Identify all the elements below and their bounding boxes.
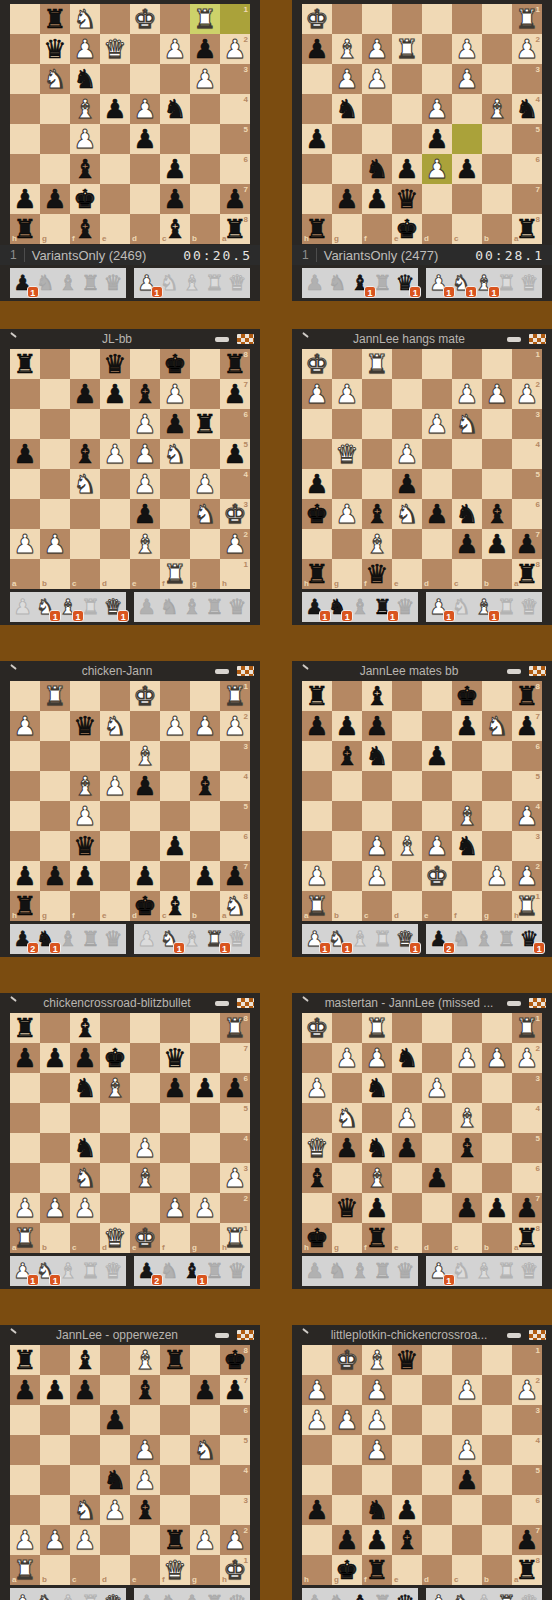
- square-f8[interactable]: ♜f: [362, 1223, 392, 1253]
- square-f4[interactable]: [362, 94, 392, 124]
- square-c1[interactable]: [160, 4, 190, 34]
- square-c6[interactable]: ♞: [362, 741, 392, 771]
- pocket-black-pawn[interactable]: ♟2: [13, 926, 33, 952]
- square-c1[interactable]: c: [362, 891, 392, 921]
- square-h7[interactable]: [302, 529, 332, 559]
- pocket-white-knight[interactable]: ♞3: [451, 1590, 471, 1600]
- square-f7[interactable]: ♟: [362, 1525, 392, 1555]
- square-b1[interactable]: b: [40, 1555, 70, 1585]
- square-h6[interactable]: ♟6: [220, 1073, 250, 1103]
- square-g2[interactable]: ♟: [482, 861, 512, 891]
- square-a2[interactable]: ♟2: [512, 1375, 542, 1405]
- pocket-black-pawn[interactable]: ♟1: [305, 594, 325, 620]
- square-b5[interactable]: [40, 1103, 70, 1133]
- square-d7[interactable]: [422, 1193, 452, 1223]
- square-g4[interactable]: ♞: [332, 94, 362, 124]
- square-e8[interactable]: e: [392, 559, 422, 589]
- pocket-black-queen[interactable]: ♛1: [395, 1590, 415, 1600]
- square-h4[interactable]: 4: [220, 1465, 250, 1495]
- square-a1[interactable]: ♜1: [512, 1013, 542, 1043]
- square-a3[interactable]: 3: [220, 64, 250, 94]
- square-g2[interactable]: ♝: [332, 34, 362, 64]
- square-b3[interactable]: [482, 1405, 512, 1435]
- square-a5[interactable]: 5: [512, 469, 542, 499]
- square-h3[interactable]: [302, 409, 332, 439]
- square-b6[interactable]: [40, 409, 70, 439]
- square-c5[interactable]: [452, 124, 482, 154]
- square-h1[interactable]: ♚1h: [220, 1555, 250, 1585]
- square-f4[interactable]: ♝: [452, 801, 482, 831]
- square-e6[interactable]: [392, 1163, 422, 1193]
- square-d7[interactable]: ♟: [100, 379, 130, 409]
- square-g3[interactable]: [482, 831, 512, 861]
- square-f6[interactable]: ♝: [70, 154, 100, 184]
- pocket-white-rook[interactable]: ♜1: [205, 926, 225, 952]
- square-h3[interactable]: [302, 64, 332, 94]
- minimize-icon[interactable]: [215, 337, 229, 342]
- square-g1[interactable]: ♜: [40, 4, 70, 34]
- square-g7[interactable]: ♞: [482, 711, 512, 741]
- square-e7[interactable]: ♝: [130, 379, 160, 409]
- square-h2[interactable]: ♟: [10, 711, 40, 741]
- minimize-icon[interactable]: [215, 669, 229, 674]
- square-d2[interactable]: [422, 34, 452, 64]
- square-a4[interactable]: [10, 1133, 40, 1163]
- square-c3[interactable]: ♞: [452, 409, 482, 439]
- square-e1[interactable]: [392, 1013, 422, 1043]
- square-b8[interactable]: b: [482, 559, 512, 589]
- square-g5[interactable]: [190, 1103, 220, 1133]
- square-f7[interactable]: ♟: [160, 379, 190, 409]
- square-b6[interactable]: [482, 1163, 512, 1193]
- square-g5[interactable]: [40, 124, 70, 154]
- square-c2[interactable]: ♟: [362, 861, 392, 891]
- square-g7[interactable]: [190, 1043, 220, 1073]
- square-c2[interactable]: ♟: [452, 1043, 482, 1073]
- square-b7[interactable]: ♟: [332, 711, 362, 741]
- square-e5[interactable]: ♟: [392, 1133, 422, 1163]
- square-d3[interactable]: [100, 1163, 130, 1193]
- square-d4[interactable]: [392, 801, 422, 831]
- square-c6[interactable]: ♟: [160, 154, 190, 184]
- square-e2[interactable]: [130, 1193, 160, 1223]
- square-d7[interactable]: [392, 711, 422, 741]
- square-f2[interactable]: ♛: [70, 711, 100, 741]
- square-d3[interactable]: [422, 1405, 452, 1435]
- pocket-white-queen[interactable]: ♛1: [103, 594, 123, 620]
- square-b2[interactable]: ♟: [40, 1193, 70, 1223]
- square-b5[interactable]: [190, 801, 220, 831]
- square-a1[interactable]: ♜1: [220, 681, 250, 711]
- square-c2[interactable]: ♟: [160, 34, 190, 64]
- square-h3[interactable]: ♟: [302, 1073, 332, 1103]
- square-f8[interactable]: ♜f: [362, 1555, 392, 1585]
- square-e3[interactable]: [392, 64, 422, 94]
- pocket-black-rook[interactable]: ♜1: [373, 594, 393, 620]
- square-d8[interactable]: d: [422, 1555, 452, 1585]
- square-f1[interactable]: ♜f: [160, 559, 190, 589]
- square-b8[interactable]: b: [482, 214, 512, 244]
- square-a6[interactable]: 6: [512, 1495, 542, 1525]
- square-d3[interactable]: ♝: [130, 741, 160, 771]
- square-c1[interactable]: [452, 349, 482, 379]
- square-c1[interactable]: c: [70, 1223, 100, 1253]
- square-f2[interactable]: ♟: [160, 1193, 190, 1223]
- square-b4[interactable]: ♝: [190, 771, 220, 801]
- square-c5[interactable]: ♟: [452, 1465, 482, 1495]
- square-f2[interactable]: ♟: [70, 34, 100, 64]
- square-e3[interactable]: [392, 1073, 422, 1103]
- square-f3[interactable]: [70, 741, 100, 771]
- minimize-icon[interactable]: [507, 1333, 521, 1338]
- square-e5[interactable]: ♟: [130, 1435, 160, 1465]
- square-d4[interactable]: ♟: [130, 94, 160, 124]
- square-a6[interactable]: 6: [512, 499, 542, 529]
- square-a5[interactable]: 5: [512, 1133, 542, 1163]
- square-h3[interactable]: [10, 741, 40, 771]
- square-d2[interactable]: [422, 1043, 452, 1073]
- square-h6[interactable]: [302, 154, 332, 184]
- square-g1[interactable]: ♚: [332, 1345, 362, 1375]
- square-g1[interactable]: [332, 1013, 362, 1043]
- square-h8[interactable]: h: [302, 1555, 332, 1585]
- square-f6[interactable]: ♞: [362, 154, 392, 184]
- square-g6[interactable]: [332, 154, 362, 184]
- square-c3[interactable]: ♟: [362, 831, 392, 861]
- square-f8[interactable]: ♝f: [70, 214, 100, 244]
- square-f7[interactable]: ♛: [160, 1043, 190, 1073]
- square-c7[interactable]: ♟: [70, 1375, 100, 1405]
- square-f2[interactable]: ♟: [362, 34, 392, 64]
- square-b1[interactable]: [190, 681, 220, 711]
- square-e3[interactable]: [392, 409, 422, 439]
- square-f1[interactable]: ♞: [70, 4, 100, 34]
- square-b7[interactable]: [482, 184, 512, 214]
- pocket-black-knight[interactable]: ♞1: [327, 594, 347, 620]
- square-b8[interactable]: [40, 1013, 70, 1043]
- square-h4[interactable]: [302, 1435, 332, 1465]
- pocket-white-bishop[interactable]: ♝1: [58, 594, 78, 620]
- square-c6[interactable]: ♟: [160, 831, 190, 861]
- square-a4[interactable]: 4: [512, 439, 542, 469]
- square-a1[interactable]: a: [10, 559, 40, 589]
- square-a6[interactable]: [302, 741, 332, 771]
- square-h4[interactable]: ♟4: [512, 801, 542, 831]
- square-e6[interactable]: ♟: [392, 1495, 422, 1525]
- square-d1[interactable]: [422, 1013, 452, 1043]
- chessboard-icon[interactable]: [237, 334, 254, 344]
- square-a2[interactable]: ♟: [10, 529, 40, 559]
- square-g4[interactable]: [40, 94, 70, 124]
- pocket-white-pawn[interactable]: ♟1: [305, 926, 325, 952]
- square-b4[interactable]: [40, 1465, 70, 1495]
- square-f1[interactable]: [362, 4, 392, 34]
- square-c8[interactable]: ♝: [70, 1345, 100, 1375]
- pocket-black-bishop[interactable]: ♝1: [350, 270, 370, 296]
- square-e8[interactable]: ♝: [130, 1345, 160, 1375]
- square-a7[interactable]: 7: [512, 184, 542, 214]
- square-c3[interactable]: [160, 64, 190, 94]
- square-e7[interactable]: [100, 861, 130, 891]
- square-b7[interactable]: [190, 184, 220, 214]
- square-f1[interactable]: ♜: [362, 349, 392, 379]
- square-d4[interactable]: ♟: [422, 94, 452, 124]
- pocket-white-knight[interactable]: ♞1: [327, 926, 347, 952]
- square-h4[interactable]: [302, 1103, 332, 1133]
- square-d6[interactable]: [422, 1495, 452, 1525]
- square-f7[interactable]: ♟: [362, 184, 392, 214]
- square-h8[interactable]: ♜8: [512, 681, 542, 711]
- square-g8[interactable]: g: [332, 214, 362, 244]
- square-a4[interactable]: 4: [512, 1103, 542, 1133]
- square-d8[interactable]: d: [130, 214, 160, 244]
- pocket-white-bishop[interactable]: ♝1: [474, 594, 494, 620]
- square-a3[interactable]: 3: [512, 1405, 542, 1435]
- square-g8[interactable]: ♚g: [332, 1555, 362, 1585]
- square-h1[interactable]: ♚: [302, 4, 332, 34]
- square-c6[interactable]: ♞: [70, 1073, 100, 1103]
- pocket-white-pawn[interactable]: ♟1: [13, 1258, 33, 1284]
- square-b5[interactable]: [40, 439, 70, 469]
- square-b4[interactable]: [40, 1133, 70, 1163]
- square-d8[interactable]: [392, 681, 422, 711]
- square-f1[interactable]: [70, 681, 100, 711]
- square-h1[interactable]: [10, 681, 40, 711]
- pocket-black-queen[interactable]: ♛1: [519, 926, 539, 952]
- square-e2[interactable]: ♝: [130, 529, 160, 559]
- square-e6[interactable]: [130, 1073, 160, 1103]
- square-f3[interactable]: ♟: [362, 64, 392, 94]
- square-b5[interactable]: [482, 1133, 512, 1163]
- square-h1[interactable]: [302, 1345, 332, 1375]
- square-f7[interactable]: ♟: [70, 861, 100, 891]
- square-a8[interactable]: ♜8a: [512, 1555, 542, 1585]
- square-d2[interactable]: [392, 861, 422, 891]
- square-h5[interactable]: [10, 801, 40, 831]
- square-a4[interactable]: 4: [220, 771, 250, 801]
- square-b3[interactable]: [190, 741, 220, 771]
- square-d4[interactable]: [100, 469, 130, 499]
- square-e2[interactable]: ♜: [392, 34, 422, 64]
- square-d1[interactable]: [422, 1345, 452, 1375]
- square-a6[interactable]: [10, 1073, 40, 1103]
- square-h6[interactable]: 6: [220, 1405, 250, 1435]
- square-d7[interactable]: [422, 529, 452, 559]
- square-e8[interactable]: e: [392, 1223, 422, 1253]
- square-d6[interactable]: [392, 741, 422, 771]
- square-a4[interactable]: [302, 801, 332, 831]
- square-a4[interactable]: ♞4: [512, 94, 542, 124]
- square-c5[interactable]: [362, 771, 392, 801]
- square-a5[interactable]: ♟: [10, 439, 40, 469]
- pocket-black-knight[interactable]: ♞1: [35, 926, 55, 952]
- chessboard-icon[interactable]: [529, 1330, 546, 1340]
- square-d8[interactable]: d: [422, 214, 452, 244]
- square-d6[interactable]: [130, 154, 160, 184]
- square-b2[interactable]: ♟: [190, 34, 220, 64]
- square-b7[interactable]: [40, 379, 70, 409]
- square-d1[interactable]: d: [100, 559, 130, 589]
- pocket-white-pawn[interactable]: ♟1: [137, 270, 157, 296]
- square-c8[interactable]: ♝c: [160, 891, 190, 921]
- square-e4[interactable]: ♟: [130, 1465, 160, 1495]
- pocket-white-queen[interactable]: ♛1: [395, 926, 415, 952]
- square-f6[interactable]: ♝: [362, 499, 392, 529]
- square-f5[interactable]: [362, 1465, 392, 1495]
- pocket-white-knight[interactable]: ♞1: [451, 270, 471, 296]
- square-g4[interactable]: [40, 771, 70, 801]
- square-f8[interactable]: f: [70, 891, 100, 921]
- square-h7[interactable]: ♟7: [220, 1375, 250, 1405]
- square-h5[interactable]: 5: [220, 1435, 250, 1465]
- square-e5[interactable]: [392, 124, 422, 154]
- square-g1[interactable]: g: [190, 559, 220, 589]
- square-e1[interactable]: [100, 4, 130, 34]
- square-d5[interactable]: [422, 469, 452, 499]
- square-f2[interactable]: [362, 379, 392, 409]
- square-f3[interactable]: ♞: [362, 1073, 392, 1103]
- square-c4[interactable]: ♞: [70, 469, 100, 499]
- square-a5[interactable]: 5: [512, 124, 542, 154]
- square-c7[interactable]: [160, 861, 190, 891]
- square-h3[interactable]: [10, 64, 40, 94]
- square-e8[interactable]: [130, 349, 160, 379]
- square-d6[interactable]: ♝: [100, 1073, 130, 1103]
- square-c4[interactable]: [160, 771, 190, 801]
- square-b2[interactable]: ♟: [482, 379, 512, 409]
- square-b5[interactable]: [40, 1435, 70, 1465]
- square-c7[interactable]: [452, 1525, 482, 1555]
- square-d8[interactable]: [100, 1013, 130, 1043]
- pocket-black-queen[interactable]: ♛1: [395, 270, 415, 296]
- square-e5[interactable]: [100, 124, 130, 154]
- square-f1[interactable]: ♛f: [160, 1555, 190, 1585]
- pocket-white-pawn[interactable]: ♟1: [429, 594, 449, 620]
- square-b5[interactable]: [190, 124, 220, 154]
- square-a7[interactable]: ♟7: [512, 529, 542, 559]
- square-e1[interactable]: e: [130, 1555, 160, 1585]
- square-c2[interactable]: ♟: [160, 711, 190, 741]
- square-g8[interactable]: g: [40, 214, 70, 244]
- square-d1[interactable]: [422, 4, 452, 34]
- square-h6[interactable]: [10, 154, 40, 184]
- square-g5[interactable]: [482, 771, 512, 801]
- square-h1[interactable]: [10, 4, 40, 34]
- square-e3[interactable]: ♝: [130, 1163, 160, 1193]
- square-b8[interactable]: b: [190, 214, 220, 244]
- square-g7[interactable]: [190, 379, 220, 409]
- square-d4[interactable]: [422, 1103, 452, 1133]
- square-b6[interactable]: ♝: [332, 741, 362, 771]
- square-c8[interactable]: c: [452, 1555, 482, 1585]
- square-a1[interactable]: ♜a: [10, 1223, 40, 1253]
- square-a4[interactable]: 4: [220, 94, 250, 124]
- square-f4[interactable]: [362, 1103, 392, 1133]
- square-g7[interactable]: [332, 529, 362, 559]
- square-c4[interactable]: [70, 1465, 100, 1495]
- square-a6[interactable]: 6: [512, 1163, 542, 1193]
- square-e3[interactable]: [100, 64, 130, 94]
- square-h7[interactable]: ♟: [10, 184, 40, 214]
- pocket-white-pawn[interactable]: ♟1: [429, 1258, 449, 1284]
- square-d3[interactable]: ♟: [422, 1073, 452, 1103]
- square-d2[interactable]: [130, 711, 160, 741]
- square-c4[interactable]: [362, 801, 392, 831]
- square-b4[interactable]: [40, 469, 70, 499]
- square-c7[interactable]: ♟: [70, 1043, 100, 1073]
- square-d5[interactable]: [130, 801, 160, 831]
- square-d8[interactable]: d: [422, 559, 452, 589]
- square-e7[interactable]: [130, 1043, 160, 1073]
- square-d7[interactable]: [130, 184, 160, 214]
- square-h7[interactable]: [302, 1525, 332, 1555]
- square-b1[interactable]: [482, 1345, 512, 1375]
- square-d7[interactable]: [422, 1525, 452, 1555]
- square-h6[interactable]: [10, 831, 40, 861]
- square-b4[interactable]: [190, 94, 220, 124]
- minimize-icon[interactable]: [215, 1333, 229, 1338]
- square-a1[interactable]: ♜a: [10, 1555, 40, 1585]
- square-f6[interactable]: [160, 1405, 190, 1435]
- square-a2[interactable]: ♟2: [512, 1043, 542, 1073]
- square-f8[interactable]: ♜: [160, 1345, 190, 1375]
- square-b6[interactable]: [482, 154, 512, 184]
- square-h7[interactable]: [302, 1193, 332, 1223]
- square-b5[interactable]: [482, 124, 512, 154]
- square-b3[interactable]: [332, 831, 362, 861]
- square-d5[interactable]: [422, 1133, 452, 1163]
- square-g5[interactable]: [190, 439, 220, 469]
- square-a5[interactable]: [302, 771, 332, 801]
- square-h2[interactable]: ♟: [302, 379, 332, 409]
- pocket-black-pawn[interactable]: ♟2: [137, 1258, 157, 1284]
- square-c1[interactable]: c: [70, 1555, 100, 1585]
- square-c2[interactable]: ♟: [70, 1525, 100, 1555]
- square-e4[interactable]: [392, 94, 422, 124]
- square-f5[interactable]: ♞: [362, 1133, 392, 1163]
- square-b2[interactable]: [482, 34, 512, 64]
- square-b2[interactable]: ♟: [40, 1525, 70, 1555]
- square-a4[interactable]: 4: [512, 1435, 542, 1465]
- square-c4[interactable]: [452, 94, 482, 124]
- square-g7[interactable]: ♟: [332, 1525, 362, 1555]
- square-e1[interactable]: e: [422, 891, 452, 921]
- pocket-black-bishop[interactable]: ♝1: [182, 1258, 202, 1284]
- square-g1[interactable]: ♜: [40, 681, 70, 711]
- square-b3[interactable]: ♟: [190, 64, 220, 94]
- square-f8[interactable]: ♛f: [362, 559, 392, 589]
- square-d2[interactable]: [100, 1525, 130, 1555]
- square-h3[interactable]: 3: [220, 1495, 250, 1525]
- square-c1[interactable]: [452, 1013, 482, 1043]
- square-c6[interactable]: ♟: [452, 154, 482, 184]
- square-g2[interactable]: ♟: [190, 1525, 220, 1555]
- square-g6[interactable]: [40, 831, 70, 861]
- square-d5[interactable]: ♟: [130, 124, 160, 154]
- square-a3[interactable]: [10, 499, 40, 529]
- square-e7[interactable]: [100, 184, 130, 214]
- square-c5[interactable]: [160, 124, 190, 154]
- square-b2[interactable]: ♟: [40, 529, 70, 559]
- square-a8[interactable]: ♜: [10, 1013, 40, 1043]
- square-g5[interactable]: ♟: [332, 1133, 362, 1163]
- square-d8[interactable]: d: [422, 1223, 452, 1253]
- square-b1[interactable]: b: [40, 559, 70, 589]
- square-d2[interactable]: [422, 379, 452, 409]
- square-g2[interactable]: ♟: [190, 1193, 220, 1223]
- pocket-black-pawn[interactable]: ♟2: [429, 926, 449, 952]
- square-h5[interactable]: 5: [512, 771, 542, 801]
